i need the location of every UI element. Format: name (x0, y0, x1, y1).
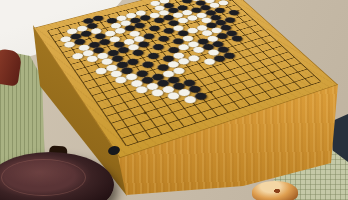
go-bowl-lid (1, 159, 85, 196)
goban-leg-front (252, 181, 298, 200)
floor-goban-photo: ●●●●●●●●●●●●●●●●●●●●●●●●●●●●●●●●●●●●●●●●… (0, 0, 348, 200)
